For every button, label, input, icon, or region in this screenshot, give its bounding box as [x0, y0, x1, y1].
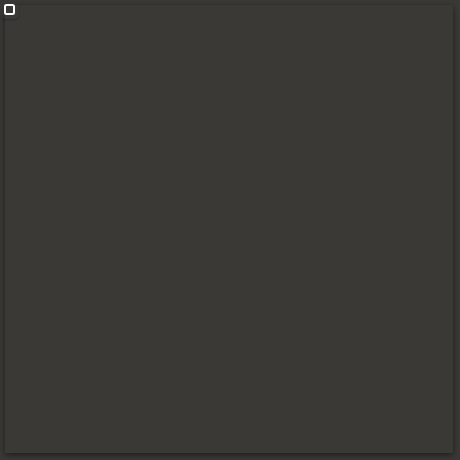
chess-app-window: { "game": "chess", "board_style": "green… [0, 0, 460, 460]
chess-board [5, 5, 453, 453]
